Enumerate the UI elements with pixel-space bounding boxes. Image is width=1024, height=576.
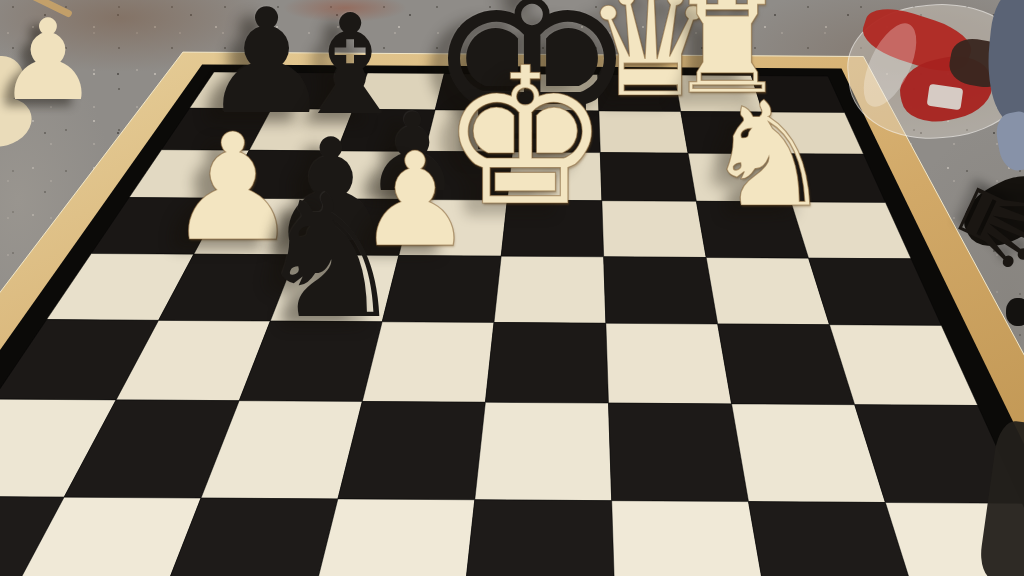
square-e8 [517, 74, 599, 111]
square-h8 [751, 76, 844, 113]
square-d4 [382, 256, 501, 323]
square-f4 [604, 257, 718, 324]
square-d8 [435, 74, 521, 111]
square-c6 [318, 151, 425, 200]
square-e7 [513, 110, 601, 152]
square-h1 [885, 503, 1024, 576]
square-c8 [353, 73, 444, 110]
square-g5 [696, 201, 808, 258]
chess-board [0, 0, 1024, 576]
square-d7 [425, 110, 517, 152]
square-f6 [600, 153, 696, 202]
square-g7 [681, 112, 776, 154]
square-g4 [706, 258, 829, 325]
square-g6 [688, 153, 791, 202]
square-d2 [338, 402, 486, 500]
square-e5 [501, 200, 604, 257]
square-f3 [606, 323, 732, 404]
chessboard-photo-scene: ♟♛ ♟♝♛♜♚♚♟♞♟♟♟♞ [0, 0, 1024, 576]
square-e6 [507, 152, 602, 201]
square-g8 [675, 75, 763, 112]
square-f5 [602, 201, 706, 258]
square-f7 [599, 111, 688, 153]
square-e4 [494, 256, 606, 323]
square-e2 [475, 402, 612, 500]
square-e3 [485, 323, 608, 404]
square-d5 [399, 200, 508, 257]
square-d3 [362, 322, 494, 403]
square-c7 [337, 109, 435, 151]
square-f1 [612, 501, 770, 576]
square-f2 [609, 403, 749, 502]
square-f8 [598, 75, 681, 112]
square-e1 [462, 500, 616, 576]
square-d6 [413, 151, 513, 200]
